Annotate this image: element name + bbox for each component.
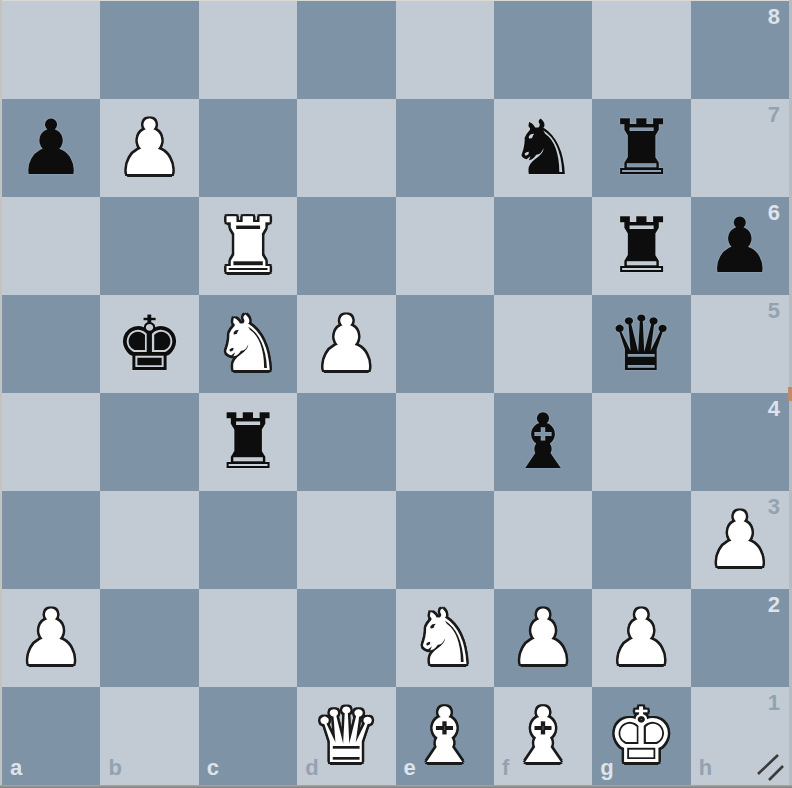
piece-white-rook[interactable]: ♜ [214, 208, 282, 284]
piece-white-pawn[interactable]: ♟ [607, 600, 675, 676]
square-c6[interactable]: ♜ [199, 197, 297, 295]
square-c3[interactable] [199, 491, 297, 589]
square-d7[interactable] [297, 99, 395, 197]
square-b2[interactable] [100, 589, 198, 687]
square-a2[interactable]: ♟ [2, 589, 100, 687]
square-g5[interactable]: ♛ [592, 295, 690, 393]
square-e5[interactable] [396, 295, 494, 393]
piece-black-bishop[interactable]: ♝ [509, 404, 577, 480]
piece-black-king[interactable]: ♚ [115, 306, 183, 382]
square-b6[interactable] [100, 197, 198, 295]
square-e3[interactable] [396, 491, 494, 589]
rank-label-8: 8 [768, 4, 780, 30]
file-label-c: c [207, 755, 219, 781]
square-e2[interactable]: ♞ [396, 589, 494, 687]
square-h8[interactable]: 8 [691, 1, 789, 99]
square-d1[interactable]: d♛ [297, 687, 395, 785]
piece-white-pawn[interactable]: ♟ [706, 502, 774, 578]
square-g8[interactable] [592, 1, 690, 99]
square-g6[interactable]: ♜ [592, 197, 690, 295]
square-e1[interactable]: e♝ [396, 687, 494, 785]
piece-black-knight[interactable]: ♞ [509, 110, 577, 186]
square-g7[interactable]: ♜ [592, 99, 690, 197]
square-c2[interactable] [199, 589, 297, 687]
square-f8[interactable] [494, 1, 592, 99]
square-a5[interactable] [2, 295, 100, 393]
square-a7[interactable]: ♟ [2, 99, 100, 197]
rank-label-7: 7 [768, 102, 780, 128]
square-a6[interactable] [2, 197, 100, 295]
square-b1[interactable]: b [100, 687, 198, 785]
piece-black-rook[interactable]: ♜ [214, 404, 282, 480]
piece-black-rook[interactable]: ♜ [607, 110, 675, 186]
rank-label-4: 4 [768, 396, 780, 422]
square-a4[interactable] [2, 393, 100, 491]
square-a8[interactable] [2, 1, 100, 99]
square-d8[interactable] [297, 1, 395, 99]
square-e7[interactable] [396, 99, 494, 197]
scrollbar-marker [788, 387, 792, 401]
square-h7[interactable]: 7 [691, 99, 789, 197]
square-e6[interactable] [396, 197, 494, 295]
piece-white-bishop[interactable]: ♝ [411, 698, 479, 774]
square-c4[interactable]: ♜ [199, 393, 297, 491]
square-b8[interactable] [100, 1, 198, 99]
rank-label-5: 5 [768, 298, 780, 324]
window-edge-top [0, 0, 792, 1]
square-g1[interactable]: g♚ [592, 687, 690, 785]
square-h2[interactable]: 2 [691, 589, 789, 687]
piece-white-pawn[interactable]: ♟ [509, 600, 577, 676]
rank-label-1: 1 [768, 690, 780, 716]
square-h4[interactable]: 4 [691, 393, 789, 491]
file-label-h: h [699, 755, 712, 781]
file-label-a: a [10, 755, 22, 781]
square-d6[interactable] [297, 197, 395, 295]
board-window: 8♟♟♞♜7♜♜6♟♚♞♟♛5♜♝43♟♟♞♟♟2abcd♛e♝f♝g♚1h [0, 0, 792, 788]
piece-black-pawn[interactable]: ♟ [17, 110, 85, 186]
square-b5[interactable]: ♚ [100, 295, 198, 393]
piece-white-knight[interactable]: ♞ [411, 600, 479, 676]
square-c7[interactable] [199, 99, 297, 197]
square-c8[interactable] [199, 1, 297, 99]
square-h6[interactable]: 6♟ [691, 197, 789, 295]
square-f3[interactable] [494, 491, 592, 589]
square-b3[interactable] [100, 491, 198, 589]
piece-white-pawn[interactable]: ♟ [17, 600, 85, 676]
square-e4[interactable] [396, 393, 494, 491]
piece-white-pawn[interactable]: ♟ [312, 306, 380, 382]
square-f1[interactable]: f♝ [494, 687, 592, 785]
piece-white-pawn[interactable]: ♟ [115, 110, 183, 186]
piece-white-king[interactable]: ♚ [607, 698, 675, 774]
square-h5[interactable]: 5 [691, 295, 789, 393]
square-c1[interactable]: c [199, 687, 297, 785]
resize-handle-icon[interactable] [756, 753, 784, 781]
square-d5[interactable]: ♟ [297, 295, 395, 393]
square-d2[interactable] [297, 589, 395, 687]
square-f2[interactable]: ♟ [494, 589, 592, 687]
piece-black-pawn[interactable]: ♟ [706, 208, 774, 284]
square-g4[interactable] [592, 393, 690, 491]
piece-white-queen[interactable]: ♛ [312, 698, 380, 774]
square-b7[interactable]: ♟ [100, 99, 198, 197]
square-f7[interactable]: ♞ [494, 99, 592, 197]
chess-board: 8♟♟♞♜7♜♜6♟♚♞♟♛5♜♝43♟♟♞♟♟2abcd♛e♝f♝g♚1h [2, 1, 789, 785]
square-b4[interactable] [100, 393, 198, 491]
square-f4[interactable]: ♝ [494, 393, 592, 491]
piece-white-knight[interactable]: ♞ [214, 306, 282, 382]
piece-white-bishop[interactable]: ♝ [509, 698, 577, 774]
square-c5[interactable]: ♞ [199, 295, 297, 393]
square-d3[interactable] [297, 491, 395, 589]
piece-black-queen[interactable]: ♛ [607, 306, 675, 382]
square-f6[interactable] [494, 197, 592, 295]
square-g3[interactable] [592, 491, 690, 589]
square-a3[interactable] [2, 491, 100, 589]
square-d4[interactable] [297, 393, 395, 491]
square-g2[interactable]: ♟ [592, 589, 690, 687]
square-f5[interactable] [494, 295, 592, 393]
square-e8[interactable] [396, 1, 494, 99]
square-h3[interactable]: 3♟ [691, 491, 789, 589]
square-a1[interactable]: a [2, 687, 100, 785]
file-label-b: b [108, 755, 121, 781]
window-edge-left [0, 0, 2, 788]
rank-label-2: 2 [768, 592, 780, 618]
piece-black-rook[interactable]: ♜ [607, 208, 675, 284]
